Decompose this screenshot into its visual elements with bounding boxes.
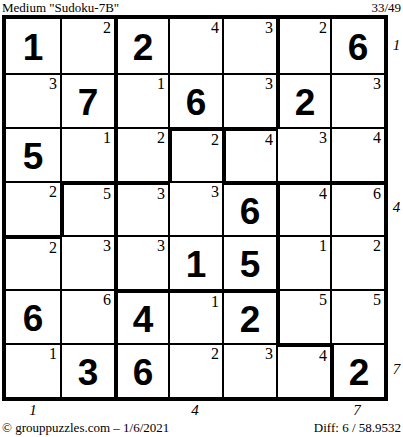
cell-corner-mark: 4 — [319, 185, 327, 202]
cell-r3c2[interactable]: 1 — [60, 127, 114, 181]
cell-r1c1[interactable]: 1 — [6, 19, 60, 73]
cell-r7c3[interactable]: 6 — [114, 343, 168, 397]
cell-digit: 6 — [186, 84, 207, 121]
cell-corner-mark: 5 — [319, 291, 327, 308]
cell-corner-mark: 2 — [373, 237, 381, 254]
cell-r1c5[interactable]: 3 — [222, 19, 276, 73]
cell-corner-mark: 3 — [211, 183, 219, 200]
cell-r2c6[interactable]: 2 — [276, 73, 330, 127]
cell-digit: 6 — [240, 193, 261, 230]
cell-corner-mark: 4 — [373, 129, 381, 146]
copyright-text: © grouppuzzles.com – 1/6/2021 — [2, 420, 169, 436]
cell-r7c4[interactable]: 2 — [168, 343, 222, 397]
cell-r1c4[interactable]: 4 — [168, 19, 222, 73]
cell-r2c1[interactable]: 3 — [6, 73, 60, 127]
cell-r3c5[interactable]: 4 — [222, 127, 276, 181]
cell-corner-mark: 1 — [103, 129, 111, 146]
cell-r2c2[interactable]: 7 — [60, 73, 114, 127]
cell-r5c1[interactable]: 2 — [6, 235, 60, 289]
cell-r2c4[interactable]: 6 — [168, 73, 222, 127]
cell-corner-mark: 3 — [157, 185, 165, 202]
cell-digit: 2 — [240, 301, 261, 338]
cell-r4c4[interactable]: 3 — [168, 181, 222, 235]
cell-corner-mark: 2 — [211, 345, 219, 362]
cell-corner-mark: 1 — [319, 237, 327, 254]
cell-corner-mark: 1 — [157, 75, 165, 92]
cell-digit: 5 — [23, 138, 44, 175]
cell-r6c1[interactable]: 6 — [6, 289, 60, 343]
cell-digit: 7 — [78, 84, 99, 121]
cell-corner-mark: 6 — [373, 185, 381, 202]
score-counter: 33/49 — [371, 0, 401, 15]
cell-corner-mark: 3 — [157, 237, 165, 254]
cell-digit: 2 — [349, 354, 370, 391]
cell-r6c2[interactable]: 6 — [60, 289, 114, 343]
row-label-1: 1 — [390, 37, 403, 54]
cell-r7c7[interactable]: 2 — [330, 343, 384, 397]
cell-digit: 3 — [78, 354, 99, 391]
cell-r4c1[interactable]: 2 — [6, 181, 60, 235]
cell-r7c2[interactable]: 3 — [60, 343, 114, 397]
cell-r6c3[interactable]: 4 — [114, 289, 168, 343]
cell-corner-mark: 2 — [157, 129, 165, 146]
cell-digit: 2 — [133, 29, 154, 66]
row-label-4: 4 — [390, 199, 403, 216]
cell-digit: 2 — [295, 84, 316, 121]
cell-r3c1[interactable]: 5 — [6, 127, 60, 181]
cell-corner-mark: 3 — [265, 75, 273, 92]
cell-r2c5[interactable]: 3 — [222, 73, 276, 127]
cell-r1c3[interactable]: 2 — [114, 19, 168, 73]
difficulty-text: Diff: 6 / 58.9532 — [314, 420, 401, 436]
title-bar: Medium "Sudoku-7B" 33/49 — [2, 0, 401, 15]
cell-digit: 4 — [133, 301, 154, 338]
cell-corner-mark: 5 — [373, 291, 381, 308]
cell-r3c3[interactable]: 2 — [114, 127, 168, 181]
page-title: Medium "Sudoku-7B" — [2, 0, 119, 15]
cell-r4c7[interactable]: 6 — [330, 181, 384, 235]
cell-corner-mark: 3 — [49, 75, 57, 92]
cell-r4c5[interactable]: 6 — [222, 181, 276, 235]
cell-r6c6[interactable]: 5 — [276, 289, 330, 343]
cell-digit: 5 — [240, 246, 261, 283]
cell-r3c6[interactable]: 3 — [276, 127, 330, 181]
cell-digit: 1 — [23, 29, 44, 66]
cell-corner-mark: 3 — [265, 345, 273, 362]
cell-corner-mark: 2 — [211, 131, 219, 148]
cell-r4c6[interactable]: 4 — [276, 181, 330, 235]
cell-r4c2[interactable]: 5 — [60, 181, 114, 235]
cell-r6c4[interactable]: 1 — [168, 289, 222, 343]
cell-digit: 6 — [23, 300, 44, 337]
cell-r4c3[interactable]: 3 — [114, 181, 168, 235]
cell-corner-mark: 3 — [103, 237, 111, 254]
cell-corner-mark: 3 — [373, 75, 381, 92]
cell-r1c2[interactable]: 2 — [60, 19, 114, 73]
cell-corner-mark: 2 — [49, 183, 57, 200]
cell-digit: 6 — [348, 29, 369, 66]
cell-corner-mark: 2 — [103, 19, 111, 36]
cell-r7c5[interactable]: 3 — [222, 343, 276, 397]
col-label-7: 7 — [347, 402, 367, 419]
col-label-4: 4 — [185, 402, 205, 419]
cell-r5c2[interactable]: 3 — [60, 235, 114, 289]
row-label-7: 7 — [390, 361, 403, 378]
cell-corner-mark: 2 — [49, 239, 57, 256]
cell-corner-mark: 4 — [265, 131, 273, 148]
cell-r1c6[interactable]: 2 — [276, 19, 330, 73]
cell-corner-mark: 2 — [319, 19, 327, 36]
cell-digit: 6 — [133, 354, 154, 391]
cell-r3c4[interactable]: 2 — [168, 127, 222, 181]
cell-r2c3[interactable]: 1 — [114, 73, 168, 127]
cell-r5c6[interactable]: 1 — [276, 235, 330, 289]
cell-corner-mark: 6 — [103, 291, 111, 308]
cell-corner-mark: 3 — [319, 129, 327, 146]
cell-corner-mark: 5 — [103, 185, 111, 202]
cell-corner-mark: 4 — [211, 19, 219, 36]
cell-r6c5[interactable]: 2 — [222, 289, 276, 343]
footer: © grouppuzzles.com – 1/6/2021 Diff: 6 / … — [2, 420, 401, 436]
cell-r5c4[interactable]: 1 — [168, 235, 222, 289]
cell-corner-mark: 1 — [211, 293, 219, 310]
sudoku-board: 1224326371632351224342533646233151266412… — [2, 15, 388, 401]
cell-r1c7[interactable]: 6 — [330, 19, 384, 73]
cell-digit: 1 — [186, 246, 207, 283]
cell-r2c7[interactable]: 3 — [330, 73, 384, 127]
cell-corner-mark: 4 — [319, 347, 327, 364]
cell-r5c3[interactable]: 3 — [114, 235, 168, 289]
col-label-1: 1 — [23, 402, 43, 419]
cell-r5c5[interactable]: 5 — [222, 235, 276, 289]
cell-r5c7[interactable]: 2 — [330, 235, 384, 289]
cell-corner-mark: 3 — [265, 19, 273, 36]
cell-r3c7[interactable]: 4 — [330, 127, 384, 181]
cell-r7c1[interactable]: 1 — [6, 343, 60, 397]
cell-r7c6[interactable]: 4 — [276, 343, 330, 397]
cell-r6c7[interactable]: 5 — [330, 289, 384, 343]
cell-corner-mark: 1 — [49, 345, 57, 362]
